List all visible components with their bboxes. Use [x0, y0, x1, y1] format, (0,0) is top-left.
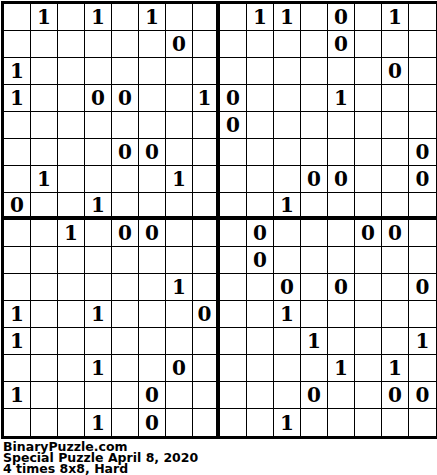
cell-r2c11[interactable]: [274, 31, 301, 58]
cell-r3c9[interactable]: [220, 58, 247, 85]
cell-r11c16: 0: [409, 274, 436, 301]
cell-r10c3[interactable]: [58, 247, 85, 274]
cell-r1c11: 1: [274, 4, 301, 31]
cell-r10c11[interactable]: [274, 247, 301, 274]
cell-r7c10[interactable]: [247, 166, 274, 193]
cell-r12c3[interactable]: [58, 301, 85, 328]
cell-r11c14[interactable]: [355, 274, 382, 301]
cell-r16c3[interactable]: [58, 409, 85, 436]
cell-r2c9[interactable]: [220, 31, 247, 58]
cell-r3c1: 1: [4, 58, 31, 85]
puzzle-page: 1111101001010010100001100001110000001000…: [0, 0, 437, 475]
cell-r15c9[interactable]: [220, 382, 247, 409]
cell-r13c10[interactable]: [247, 328, 274, 355]
cell-r5c16[interactable]: [409, 112, 436, 139]
cell-r7c11[interactable]: [274, 166, 301, 193]
puzzle-variant: 4 times 8x8, Hard: [3, 463, 436, 474]
cell-r1c12[interactable]: [301, 4, 328, 31]
cell-r12c1: 1: [4, 301, 31, 328]
cell-r4c3[interactable]: [58, 85, 85, 112]
cell-r11c7: 1: [166, 274, 193, 301]
cell-r2c7: 0: [166, 31, 193, 58]
cell-r16c13[interactable]: [328, 409, 355, 436]
cell-r5c8[interactable]: [193, 112, 220, 139]
cell-r16c2[interactable]: [31, 409, 58, 436]
cell-r2c4[interactable]: [85, 31, 112, 58]
cell-r15c14[interactable]: [355, 382, 382, 409]
cell-r1c3[interactable]: [58, 4, 85, 31]
cell-r2c3[interactable]: [58, 31, 85, 58]
cell-r14c6[interactable]: [139, 355, 166, 382]
cell-r2c12[interactable]: [301, 31, 328, 58]
cell-r13c12: 1: [301, 328, 328, 355]
cell-r16c7[interactable]: [166, 409, 193, 436]
cell-r4c5: 0: [112, 85, 139, 112]
cell-r10c4[interactable]: [85, 247, 112, 274]
cell-r15c6: 0: [139, 382, 166, 409]
cell-r14c14[interactable]: [355, 355, 382, 382]
cell-r11c2[interactable]: [31, 274, 58, 301]
cell-r7c6[interactable]: [139, 166, 166, 193]
cell-r4c7[interactable]: [166, 85, 193, 112]
cell-r8c12[interactable]: [301, 193, 328, 220]
cell-r12c11: 1: [274, 301, 301, 328]
cell-r16c5[interactable]: [112, 409, 139, 436]
cell-r6c2[interactable]: [31, 139, 58, 166]
cell-r6c1[interactable]: [4, 139, 31, 166]
cell-r1c9[interactable]: [220, 4, 247, 31]
cell-r13c5[interactable]: [112, 328, 139, 355]
cell-r8c10[interactable]: [247, 193, 274, 220]
cell-r9c12[interactable]: [301, 220, 328, 247]
cell-r8c4: 1: [85, 193, 112, 220]
cell-r11c15[interactable]: [382, 274, 409, 301]
cell-r10c13[interactable]: [328, 247, 355, 274]
cell-r16c14[interactable]: [355, 409, 382, 436]
cell-r10c8[interactable]: [193, 247, 220, 274]
cell-r1c8[interactable]: [193, 4, 220, 31]
cell-r14c9[interactable]: [220, 355, 247, 382]
cell-r3c11[interactable]: [274, 58, 301, 85]
cell-r7c2: 1: [31, 166, 58, 193]
cell-r10c6[interactable]: [139, 247, 166, 274]
cell-r7c15[interactable]: [382, 166, 409, 193]
cell-r16c8[interactable]: [193, 409, 220, 436]
cell-r6c9[interactable]: [220, 139, 247, 166]
cell-r10c1[interactable]: [4, 247, 31, 274]
cell-r8c6[interactable]: [139, 193, 166, 220]
cell-r11c11: 0: [274, 274, 301, 301]
cell-r2c10[interactable]: [247, 31, 274, 58]
cell-r3c3[interactable]: [58, 58, 85, 85]
cell-r4c2[interactable]: [31, 85, 58, 112]
cell-r12c7[interactable]: [166, 301, 193, 328]
cell-r10c14[interactable]: [355, 247, 382, 274]
cell-r16c11: 1: [274, 409, 301, 436]
cell-r2c6[interactable]: [139, 31, 166, 58]
cell-r8c11: 1: [274, 193, 301, 220]
cell-r14c2[interactable]: [31, 355, 58, 382]
cell-r10c2[interactable]: [31, 247, 58, 274]
cell-r12c4: 1: [85, 301, 112, 328]
cell-r8c7[interactable]: [166, 193, 193, 220]
cell-r8c1: 0: [4, 193, 31, 220]
cell-r1c10: 1: [247, 4, 274, 31]
cell-r14c11[interactable]: [274, 355, 301, 382]
cell-r3c12[interactable]: [301, 58, 328, 85]
cell-r11c8[interactable]: [193, 274, 220, 301]
cell-r3c6[interactable]: [139, 58, 166, 85]
cell-r8c15[interactable]: [382, 193, 409, 220]
cell-r9c9[interactable]: [220, 220, 247, 247]
cell-r2c15[interactable]: [382, 31, 409, 58]
cell-r16c1[interactable]: [4, 409, 31, 436]
cell-r12c13[interactable]: [328, 301, 355, 328]
cell-r13c13[interactable]: [328, 328, 355, 355]
cell-r16c4: 1: [85, 409, 112, 436]
cell-r12c2[interactable]: [31, 301, 58, 328]
cell-r9c10: 0: [247, 220, 274, 247]
cell-r7c12: 0: [301, 166, 328, 193]
cell-r9c4[interactable]: [85, 220, 112, 247]
cell-r1c16[interactable]: [409, 4, 436, 31]
cell-r13c11[interactable]: [274, 328, 301, 355]
cell-r4c14[interactable]: [355, 85, 382, 112]
cell-r8c16[interactable]: [409, 193, 436, 220]
cell-r5c14[interactable]: [355, 112, 382, 139]
cell-r15c15: 0: [382, 382, 409, 409]
cell-r15c1: 1: [4, 382, 31, 409]
cell-r9c1[interactable]: [4, 220, 31, 247]
cell-r11c3[interactable]: [58, 274, 85, 301]
cell-r5c4[interactable]: [85, 112, 112, 139]
cell-r16c16[interactable]: [409, 409, 436, 436]
cell-r7c8[interactable]: [193, 166, 220, 193]
cell-r6c5: 0: [112, 139, 139, 166]
cell-r9c15: 0: [382, 220, 409, 247]
cell-r14c8[interactable]: [193, 355, 220, 382]
cell-r14c1[interactable]: [4, 355, 31, 382]
cell-r3c16[interactable]: [409, 58, 436, 85]
cell-r3c13[interactable]: [328, 58, 355, 85]
cell-r1c4: 1: [85, 4, 112, 31]
cell-r7c9[interactable]: [220, 166, 247, 193]
cell-r5c2[interactable]: [31, 112, 58, 139]
cell-r9c8[interactable]: [193, 220, 220, 247]
cell-r7c7: 1: [166, 166, 193, 193]
cell-r6c10[interactable]: [247, 139, 274, 166]
cell-r2c14[interactable]: [355, 31, 382, 58]
cell-r3c2[interactable]: [31, 58, 58, 85]
cell-r10c15[interactable]: [382, 247, 409, 274]
cell-r14c13: 1: [328, 355, 355, 382]
cell-r9c13[interactable]: [328, 220, 355, 247]
cell-r11c4[interactable]: [85, 274, 112, 301]
cell-r4c1: 1: [4, 85, 31, 112]
cell-r2c13: 0: [328, 31, 355, 58]
cell-r9c2[interactable]: [31, 220, 58, 247]
cell-r1c13: 0: [328, 4, 355, 31]
cell-r14c5[interactable]: [112, 355, 139, 382]
cell-r14c4: 1: [85, 355, 112, 382]
cell-r4c16[interactable]: [409, 85, 436, 112]
cell-r12c5[interactable]: [112, 301, 139, 328]
cell-r11c9[interactable]: [220, 274, 247, 301]
cell-r12c6[interactable]: [139, 301, 166, 328]
cell-r7c4[interactable]: [85, 166, 112, 193]
binary-puzzle-board: 1111101001010010100001100001110000001000…: [1, 1, 437, 439]
cell-r12c10[interactable]: [247, 301, 274, 328]
cell-r10c9[interactable]: [220, 247, 247, 274]
cell-r12c12[interactable]: [301, 301, 328, 328]
cell-r15c5[interactable]: [112, 382, 139, 409]
cell-r13c16: 1: [409, 328, 436, 355]
cell-r9c3: 1: [58, 220, 85, 247]
cell-r6c4[interactable]: [85, 139, 112, 166]
cell-r1c1[interactable]: [4, 4, 31, 31]
cell-r2c1[interactable]: [4, 31, 31, 58]
cell-r10c16[interactable]: [409, 247, 436, 274]
cell-r12c14[interactable]: [355, 301, 382, 328]
cell-r15c16: 0: [409, 382, 436, 409]
cell-r1c5[interactable]: [112, 4, 139, 31]
cell-r8c8[interactable]: [193, 193, 220, 220]
cell-r2c16[interactable]: [409, 31, 436, 58]
cell-r3c8[interactable]: [193, 58, 220, 85]
cell-r15c3[interactable]: [58, 382, 85, 409]
cell-r13c1: 1: [4, 328, 31, 355]
cell-r13c6[interactable]: [139, 328, 166, 355]
cell-r7c1[interactable]: [4, 166, 31, 193]
cell-r3c4[interactable]: [85, 58, 112, 85]
cell-r14c16[interactable]: [409, 355, 436, 382]
cell-r1c2: 1: [31, 4, 58, 31]
cell-r3c5[interactable]: [112, 58, 139, 85]
cell-r9c6: 0: [139, 220, 166, 247]
cell-r16c10[interactable]: [247, 409, 274, 436]
cell-r14c7: 0: [166, 355, 193, 382]
cell-r6c7[interactable]: [166, 139, 193, 166]
cell-r6c8[interactable]: [193, 139, 220, 166]
cell-r15c10[interactable]: [247, 382, 274, 409]
cell-r4c15[interactable]: [382, 85, 409, 112]
cell-r11c5[interactable]: [112, 274, 139, 301]
cell-r5c9: 0: [220, 112, 247, 139]
cell-r8c3[interactable]: [58, 193, 85, 220]
cell-r8c5[interactable]: [112, 193, 139, 220]
cell-r12c15[interactable]: [382, 301, 409, 328]
cell-r7c16: 0: [409, 166, 436, 193]
cell-r11c13: 0: [328, 274, 355, 301]
cell-r6c13[interactable]: [328, 139, 355, 166]
cell-r11c10[interactable]: [247, 274, 274, 301]
cell-r3c7[interactable]: [166, 58, 193, 85]
cell-r5c11[interactable]: [274, 112, 301, 139]
cell-r9c7[interactable]: [166, 220, 193, 247]
cell-r3c15: 0: [382, 58, 409, 85]
cell-r13c2[interactable]: [31, 328, 58, 355]
cell-r6c15[interactable]: [382, 139, 409, 166]
cell-r9c14: 0: [355, 220, 382, 247]
cell-r14c15: 1: [382, 355, 409, 382]
cell-r4c6[interactable]: [139, 85, 166, 112]
cell-r13c4[interactable]: [85, 328, 112, 355]
cell-r4c12[interactable]: [301, 85, 328, 112]
cell-r4c11[interactable]: [274, 85, 301, 112]
cell-r15c12: 0: [301, 382, 328, 409]
cell-r6c12[interactable]: [301, 139, 328, 166]
cell-r7c13: 0: [328, 166, 355, 193]
cell-r9c16[interactable]: [409, 220, 436, 247]
cell-r14c10[interactable]: [247, 355, 274, 382]
cell-r8c14[interactable]: [355, 193, 382, 220]
cell-r5c3[interactable]: [58, 112, 85, 139]
cell-r5c5[interactable]: [112, 112, 139, 139]
cell-r11c6[interactable]: [139, 274, 166, 301]
cell-r3c10[interactable]: [247, 58, 274, 85]
cell-r16c9[interactable]: [220, 409, 247, 436]
cell-r4c8: 1: [193, 85, 220, 112]
cell-r16c12[interactable]: [301, 409, 328, 436]
cell-r15c11[interactable]: [274, 382, 301, 409]
cell-r16c6: 0: [139, 409, 166, 436]
cell-r15c8[interactable]: [193, 382, 220, 409]
cell-r9c11[interactable]: [274, 220, 301, 247]
cell-r4c9: 0: [220, 85, 247, 112]
cell-r5c7[interactable]: [166, 112, 193, 139]
cell-r11c12[interactable]: [301, 274, 328, 301]
cell-r6c14[interactable]: [355, 139, 382, 166]
cell-r1c7[interactable]: [166, 4, 193, 31]
cell-r12c9[interactable]: [220, 301, 247, 328]
cell-r10c5[interactable]: [112, 247, 139, 274]
cell-r7c5[interactable]: [112, 166, 139, 193]
cell-r6c16: 0: [409, 139, 436, 166]
cell-r13c15[interactable]: [382, 328, 409, 355]
cell-r5c6[interactable]: [139, 112, 166, 139]
cell-r13c14[interactable]: [355, 328, 382, 355]
cell-r15c4[interactable]: [85, 382, 112, 409]
cell-r4c13: 1: [328, 85, 355, 112]
cell-r8c13[interactable]: [328, 193, 355, 220]
cell-r12c8: 0: [193, 301, 220, 328]
cell-r13c8[interactable]: [193, 328, 220, 355]
cell-r14c12[interactable]: [301, 355, 328, 382]
cell-r7c14[interactable]: [355, 166, 382, 193]
cell-r15c7[interactable]: [166, 382, 193, 409]
cell-r6c6: 0: [139, 139, 166, 166]
cell-r13c9[interactable]: [220, 328, 247, 355]
cell-r11c1[interactable]: [4, 274, 31, 301]
cell-r16c15[interactable]: [382, 409, 409, 436]
cell-r5c1[interactable]: [4, 112, 31, 139]
cell-r3c14[interactable]: [355, 58, 382, 85]
cell-r12c16[interactable]: [409, 301, 436, 328]
cell-r1c6: 1: [139, 4, 166, 31]
cell-r6c3[interactable]: [58, 139, 85, 166]
cell-r2c8[interactable]: [193, 31, 220, 58]
cell-r15c2[interactable]: [31, 382, 58, 409]
cell-r8c9[interactable]: [220, 193, 247, 220]
cell-r4c4: 0: [85, 85, 112, 112]
cell-r9c5: 0: [112, 220, 139, 247]
cell-r2c2[interactable]: [31, 31, 58, 58]
cell-r1c15: 1: [382, 4, 409, 31]
cell-r5c13[interactable]: [328, 112, 355, 139]
cell-r10c7[interactable]: [166, 247, 193, 274]
cell-r8c2[interactable]: [31, 193, 58, 220]
cell-r13c3[interactable]: [58, 328, 85, 355]
cell-r4c10[interactable]: [247, 85, 274, 112]
cell-r5c10[interactable]: [247, 112, 274, 139]
cell-r5c12[interactable]: [301, 112, 328, 139]
cell-r10c10: 0: [247, 247, 274, 274]
cell-r14c3[interactable]: [58, 355, 85, 382]
cell-r2c5[interactable]: [112, 31, 139, 58]
cell-r5c15[interactable]: [382, 112, 409, 139]
footer: BinaryPuzzle.com Special Puzzle April 8,…: [1, 439, 436, 474]
cell-r13c7[interactable]: [166, 328, 193, 355]
cell-r1c14[interactable]: [355, 4, 382, 31]
cell-r15c13[interactable]: [328, 382, 355, 409]
cell-r10c12[interactable]: [301, 247, 328, 274]
cell-r6c11[interactable]: [274, 139, 301, 166]
cell-r7c3[interactable]: [58, 166, 85, 193]
